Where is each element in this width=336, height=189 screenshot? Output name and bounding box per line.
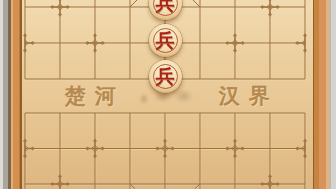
page-background-left [0, 0, 11, 189]
board-frame-right [313, 0, 329, 189]
river-label-chu-he: 楚河 [65, 85, 125, 107]
page-background-right [329, 0, 336, 189]
xiangqi-board-screen: 楚河 汉界 兵 兵 兵 [0, 0, 336, 189]
board-frame-left [11, 0, 22, 189]
river-label-han-jie: 汉界 [219, 85, 279, 107]
piece-character: 兵 [156, 67, 175, 86]
piece-red-soldier-3[interactable]: 兵 [149, 60, 182, 93]
piece-red-soldier-2[interactable]: 兵 [149, 24, 182, 57]
piece-character: 兵 [156, 0, 175, 13]
piece-character: 兵 [156, 31, 175, 50]
